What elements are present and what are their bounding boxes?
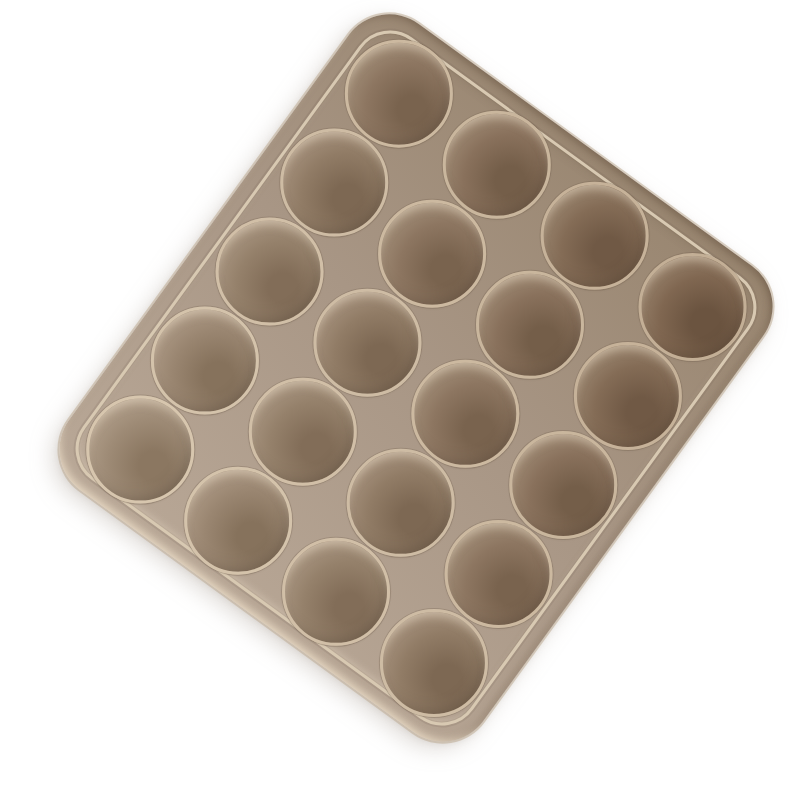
mold-cavity <box>280 128 388 236</box>
mold-cavity <box>344 39 452 147</box>
mold-cavity <box>573 342 681 450</box>
mold-cavity <box>638 253 746 361</box>
mold-cavity <box>378 199 486 307</box>
product-photo-scene <box>0 0 800 800</box>
mold-cavity <box>86 395 194 503</box>
mold-cavity <box>313 288 421 396</box>
mold-cavity <box>509 431 617 539</box>
mold-cavity <box>476 271 584 379</box>
mold-cavity <box>184 466 292 574</box>
mold-cavity <box>411 360 519 468</box>
silicone-mold-tray <box>40 0 793 761</box>
mold-cavity <box>444 520 552 628</box>
mold-cavity <box>248 377 356 485</box>
mold-cavity <box>540 182 648 290</box>
mold-cavity <box>346 449 454 557</box>
mold-cavity <box>151 306 259 414</box>
mold-cavity <box>282 538 390 646</box>
mold-cavity <box>442 110 550 218</box>
mold-cavity <box>215 217 323 325</box>
mold-cavity <box>380 609 488 717</box>
